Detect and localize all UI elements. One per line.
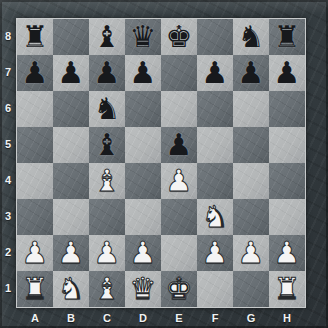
- square-d4[interactable]: [125, 163, 161, 199]
- square-e6[interactable]: [161, 91, 197, 127]
- piece-white-bishop[interactable]: ♝: [89, 271, 125, 307]
- square-e8[interactable]: ♚: [161, 19, 197, 55]
- chessboard-frame: 87654321 ABCDEFGH ♜♝♛♚♞♜♟♟♟♟♟♟♟♞♝♟♝♟♞♟♟♟…: [0, 0, 328, 328]
- file-label-f: F: [197, 307, 233, 328]
- rank-label-text: 6: [5, 102, 11, 114]
- rank-label-6: 6: [0, 90, 16, 126]
- square-b3[interactable]: [53, 199, 89, 235]
- piece-white-knight[interactable]: ♞: [197, 199, 233, 235]
- file-label-text: G: [247, 312, 256, 324]
- rank-label-text: 4: [5, 174, 11, 186]
- square-e3[interactable]: [161, 199, 197, 235]
- piece-white-knight[interactable]: ♞: [53, 271, 89, 307]
- square-b4[interactable]: [53, 163, 89, 199]
- piece-black-knight[interactable]: ♞: [233, 19, 269, 55]
- square-c3[interactable]: [89, 199, 125, 235]
- piece-black-pawn[interactable]: ♟: [53, 55, 89, 91]
- square-d7[interactable]: ♟: [125, 55, 161, 91]
- piece-white-pawn[interactable]: ♟: [17, 235, 53, 271]
- piece-white-king[interactable]: ♚: [161, 271, 197, 307]
- square-g7[interactable]: ♟: [233, 55, 269, 91]
- square-g4[interactable]: [233, 163, 269, 199]
- square-d6[interactable]: [125, 91, 161, 127]
- piece-white-pawn[interactable]: ♟: [161, 163, 197, 199]
- square-f1[interactable]: [197, 271, 233, 307]
- square-f5[interactable]: [197, 127, 233, 163]
- square-c6[interactable]: ♞: [89, 91, 125, 127]
- square-b2[interactable]: ♟: [53, 235, 89, 271]
- square-b5[interactable]: [53, 127, 89, 163]
- square-h8[interactable]: ♜: [269, 19, 305, 55]
- rank-label-text: 8: [5, 30, 11, 42]
- square-b7[interactable]: ♟: [53, 55, 89, 91]
- rank-label-text: 2: [5, 246, 11, 258]
- file-label-c: C: [89, 307, 125, 328]
- rank-label-text: 7: [5, 66, 11, 78]
- rank-label-text: 1: [5, 282, 11, 294]
- piece-black-king[interactable]: ♚: [161, 19, 197, 55]
- rank-label-text: 3: [5, 210, 11, 222]
- square-a1[interactable]: ♜: [17, 271, 53, 307]
- square-b6[interactable]: [53, 91, 89, 127]
- square-g2[interactable]: ♟: [233, 235, 269, 271]
- file-label-text: E: [175, 312, 182, 324]
- piece-black-rook[interactable]: ♜: [269, 19, 305, 55]
- rank-label-5: 5: [0, 126, 16, 162]
- square-h6[interactable]: [269, 91, 305, 127]
- chess-board: ♜♝♛♚♞♜♟♟♟♟♟♟♟♞♝♟♝♟♞♟♟♟♟♟♟♟♜♞♝♛♚♜: [16, 18, 306, 308]
- square-a8[interactable]: ♜: [17, 19, 53, 55]
- square-c7[interactable]: ♟: [89, 55, 125, 91]
- square-d3[interactable]: [125, 199, 161, 235]
- piece-white-pawn[interactable]: ♟: [269, 235, 305, 271]
- file-label-b: B: [53, 307, 89, 328]
- piece-black-pawn[interactable]: ♟: [17, 55, 53, 91]
- square-c1[interactable]: ♝: [89, 271, 125, 307]
- file-label-g: G: [233, 307, 269, 328]
- rank-label-7: 7: [0, 54, 16, 90]
- square-a2[interactable]: ♟: [17, 235, 53, 271]
- square-h4[interactable]: [269, 163, 305, 199]
- square-h7[interactable]: ♟: [269, 55, 305, 91]
- file-label-text: H: [283, 312, 291, 324]
- file-label-a: A: [17, 307, 53, 328]
- file-label-h: H: [269, 307, 305, 328]
- square-b1[interactable]: ♞: [53, 271, 89, 307]
- square-h5[interactable]: [269, 127, 305, 163]
- piece-white-rook[interactable]: ♜: [269, 271, 305, 307]
- square-e2[interactable]: [161, 235, 197, 271]
- piece-black-pawn[interactable]: ♟: [197, 55, 233, 91]
- square-e7[interactable]: [161, 55, 197, 91]
- piece-white-rook[interactable]: ♜: [17, 271, 53, 307]
- piece-black-bishop[interactable]: ♝: [89, 19, 125, 55]
- square-a4[interactable]: [17, 163, 53, 199]
- square-g6[interactable]: [233, 91, 269, 127]
- square-e5[interactable]: ♟: [161, 127, 197, 163]
- square-g1[interactable]: [233, 271, 269, 307]
- square-f3[interactable]: ♞: [197, 199, 233, 235]
- file-label-text: C: [103, 312, 111, 324]
- square-f8[interactable]: [197, 19, 233, 55]
- square-f7[interactable]: ♟: [197, 55, 233, 91]
- square-h2[interactable]: ♟: [269, 235, 305, 271]
- piece-black-bishop[interactable]: ♝: [89, 127, 125, 163]
- square-a3[interactable]: [17, 199, 53, 235]
- square-d5[interactable]: [125, 127, 161, 163]
- square-c2[interactable]: ♟: [89, 235, 125, 271]
- file-label-e: E: [161, 307, 197, 328]
- file-label-text: A: [31, 312, 39, 324]
- piece-white-pawn[interactable]: ♟: [53, 235, 89, 271]
- piece-black-queen[interactable]: ♛: [125, 19, 161, 55]
- square-e4[interactable]: ♟: [161, 163, 197, 199]
- file-label-text: B: [67, 312, 75, 324]
- piece-black-knight[interactable]: ♞: [89, 91, 125, 127]
- square-h3[interactable]: [269, 199, 305, 235]
- square-d8[interactable]: ♛: [125, 19, 161, 55]
- rank-label-4: 4: [0, 162, 16, 198]
- square-a7[interactable]: ♟: [17, 55, 53, 91]
- square-d2[interactable]: ♟: [125, 235, 161, 271]
- square-g3[interactable]: [233, 199, 269, 235]
- piece-white-pawn[interactable]: ♟: [197, 235, 233, 271]
- square-d1[interactable]: ♛: [125, 271, 161, 307]
- rank-label-8: 8: [0, 18, 16, 54]
- file-label-text: D: [139, 312, 147, 324]
- piece-black-pawn[interactable]: ♟: [233, 55, 269, 91]
- square-g8[interactable]: ♞: [233, 19, 269, 55]
- rank-label-text: 5: [5, 138, 11, 150]
- piece-white-pawn[interactable]: ♟: [233, 235, 269, 271]
- square-f4[interactable]: [197, 163, 233, 199]
- rank-label-2: 2: [0, 234, 16, 270]
- file-label-text: F: [212, 312, 219, 324]
- piece-white-pawn[interactable]: ♟: [89, 235, 125, 271]
- square-b8[interactable]: [53, 19, 89, 55]
- square-h1[interactable]: ♜: [269, 271, 305, 307]
- piece-black-pawn[interactable]: ♟: [125, 55, 161, 91]
- square-c4[interactable]: ♝: [89, 163, 125, 199]
- piece-white-queen[interactable]: ♛: [125, 271, 161, 307]
- square-a6[interactable]: [17, 91, 53, 127]
- piece-white-bishop[interactable]: ♝: [89, 163, 125, 199]
- rank-label-1: 1: [0, 270, 16, 306]
- square-g5[interactable]: [233, 127, 269, 163]
- piece-black-rook[interactable]: ♜: [17, 19, 53, 55]
- piece-white-pawn[interactable]: ♟: [125, 235, 161, 271]
- piece-black-pawn[interactable]: ♟: [161, 127, 197, 163]
- piece-black-pawn[interactable]: ♟: [269, 55, 305, 91]
- file-coordinates: ABCDEFGH: [17, 307, 305, 328]
- square-e1[interactable]: ♚: [161, 271, 197, 307]
- square-a5[interactable]: [17, 127, 53, 163]
- rank-label-3: 3: [0, 198, 16, 234]
- square-f6[interactable]: [197, 91, 233, 127]
- file-label-d: D: [125, 307, 161, 328]
- square-c5[interactable]: ♝: [89, 127, 125, 163]
- square-f2[interactable]: ♟: [197, 235, 233, 271]
- piece-black-pawn[interactable]: ♟: [89, 55, 125, 91]
- square-c8[interactable]: ♝: [89, 19, 125, 55]
- rank-coordinates: 87654321: [0, 18, 16, 306]
